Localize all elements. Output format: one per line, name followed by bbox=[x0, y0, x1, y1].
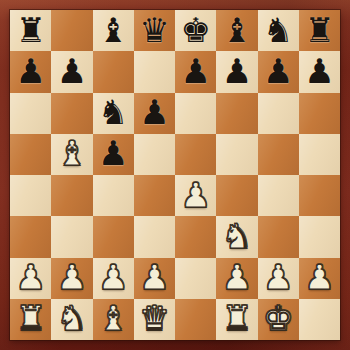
black-pawn: ♟ bbox=[304, 54, 334, 88]
square-h6[interactable] bbox=[299, 93, 340, 134]
white-queen: ♛ bbox=[139, 301, 169, 335]
square-e5[interactable] bbox=[175, 134, 216, 175]
square-g2[interactable]: ♟ bbox=[258, 258, 299, 299]
white-pawn: ♟ bbox=[304, 260, 334, 294]
black-pawn: ♟ bbox=[139, 95, 169, 129]
white-pawn: ♟ bbox=[180, 178, 210, 212]
square-b3[interactable] bbox=[51, 216, 92, 257]
square-a5[interactable] bbox=[10, 134, 51, 175]
square-f4[interactable] bbox=[216, 175, 257, 216]
square-e6[interactable] bbox=[175, 93, 216, 134]
square-e4[interactable]: ♟ bbox=[175, 175, 216, 216]
square-b6[interactable] bbox=[51, 93, 92, 134]
white-pawn: ♟ bbox=[15, 260, 45, 294]
black-pawn: ♟ bbox=[222, 54, 252, 88]
white-king: ♚ bbox=[263, 301, 293, 335]
black-king: ♚ bbox=[180, 13, 210, 47]
black-pawn: ♟ bbox=[180, 54, 210, 88]
square-g3[interactable] bbox=[258, 216, 299, 257]
white-knight: ♞ bbox=[57, 301, 87, 335]
square-h5[interactable] bbox=[299, 134, 340, 175]
square-a4[interactable] bbox=[10, 175, 51, 216]
black-knight: ♞ bbox=[98, 95, 128, 129]
square-a1[interactable]: ♜ bbox=[10, 299, 51, 340]
chess-board: ♜♝♛♚♝♞♜♟♟♟♟♟♟♞♟♝♟♟♞♟♟♟♟♟♟♟♜♞♝♛♜♚ bbox=[10, 10, 340, 340]
white-pawn: ♟ bbox=[139, 260, 169, 294]
black-pawn: ♟ bbox=[98, 136, 128, 170]
square-a6[interactable] bbox=[10, 93, 51, 134]
white-rook: ♜ bbox=[222, 301, 252, 335]
black-pawn: ♟ bbox=[15, 54, 45, 88]
white-pawn: ♟ bbox=[98, 260, 128, 294]
square-c7[interactable] bbox=[93, 51, 134, 92]
square-c3[interactable] bbox=[93, 216, 134, 257]
white-rook: ♜ bbox=[15, 301, 45, 335]
square-d2[interactable]: ♟ bbox=[134, 258, 175, 299]
square-d1[interactable]: ♛ bbox=[134, 299, 175, 340]
square-d7[interactable] bbox=[134, 51, 175, 92]
square-e8[interactable]: ♚ bbox=[175, 10, 216, 51]
square-h7[interactable]: ♟ bbox=[299, 51, 340, 92]
black-bishop: ♝ bbox=[222, 13, 252, 47]
square-h2[interactable]: ♟ bbox=[299, 258, 340, 299]
square-c1[interactable]: ♝ bbox=[93, 299, 134, 340]
square-c5[interactable]: ♟ bbox=[93, 134, 134, 175]
square-h4[interactable] bbox=[299, 175, 340, 216]
black-queen: ♛ bbox=[139, 13, 169, 47]
white-knight: ♞ bbox=[222, 219, 252, 253]
square-f8[interactable]: ♝ bbox=[216, 10, 257, 51]
square-h1[interactable] bbox=[299, 299, 340, 340]
square-d3[interactable] bbox=[134, 216, 175, 257]
square-e7[interactable]: ♟ bbox=[175, 51, 216, 92]
square-f2[interactable]: ♟ bbox=[216, 258, 257, 299]
square-e2[interactable] bbox=[175, 258, 216, 299]
square-a2[interactable]: ♟ bbox=[10, 258, 51, 299]
black-rook: ♜ bbox=[15, 13, 45, 47]
black-knight: ♞ bbox=[263, 13, 293, 47]
black-rook: ♜ bbox=[304, 13, 334, 47]
black-pawn: ♟ bbox=[263, 54, 293, 88]
black-pawn: ♟ bbox=[57, 54, 87, 88]
white-bishop: ♝ bbox=[98, 301, 128, 335]
square-b8[interactable] bbox=[51, 10, 92, 51]
square-h3[interactable] bbox=[299, 216, 340, 257]
square-g8[interactable]: ♞ bbox=[258, 10, 299, 51]
square-g4[interactable] bbox=[258, 175, 299, 216]
square-b2[interactable]: ♟ bbox=[51, 258, 92, 299]
square-a7[interactable]: ♟ bbox=[10, 51, 51, 92]
square-b4[interactable] bbox=[51, 175, 92, 216]
white-pawn: ♟ bbox=[222, 260, 252, 294]
square-a8[interactable]: ♜ bbox=[10, 10, 51, 51]
white-pawn: ♟ bbox=[263, 260, 293, 294]
square-d4[interactable] bbox=[134, 175, 175, 216]
square-g6[interactable] bbox=[258, 93, 299, 134]
square-f7[interactable]: ♟ bbox=[216, 51, 257, 92]
square-e1[interactable] bbox=[175, 299, 216, 340]
square-b5[interactable]: ♝ bbox=[51, 134, 92, 175]
square-g7[interactable]: ♟ bbox=[258, 51, 299, 92]
white-pawn: ♟ bbox=[57, 260, 87, 294]
square-c8[interactable]: ♝ bbox=[93, 10, 134, 51]
board-frame: ♜♝♛♚♝♞♜♟♟♟♟♟♟♞♟♝♟♟♞♟♟♟♟♟♟♟♜♞♝♛♜♚ bbox=[0, 0, 350, 350]
square-f5[interactable] bbox=[216, 134, 257, 175]
square-c4[interactable] bbox=[93, 175, 134, 216]
square-a3[interactable] bbox=[10, 216, 51, 257]
square-h8[interactable]: ♜ bbox=[299, 10, 340, 51]
square-g1[interactable]: ♚ bbox=[258, 299, 299, 340]
square-c2[interactable]: ♟ bbox=[93, 258, 134, 299]
square-c6[interactable]: ♞ bbox=[93, 93, 134, 134]
square-e3[interactable] bbox=[175, 216, 216, 257]
square-d6[interactable]: ♟ bbox=[134, 93, 175, 134]
white-bishop: ♝ bbox=[57, 136, 87, 170]
square-f1[interactable]: ♜ bbox=[216, 299, 257, 340]
square-f6[interactable] bbox=[216, 93, 257, 134]
square-d5[interactable] bbox=[134, 134, 175, 175]
square-d8[interactable]: ♛ bbox=[134, 10, 175, 51]
square-g5[interactable] bbox=[258, 134, 299, 175]
square-f3[interactable]: ♞ bbox=[216, 216, 257, 257]
square-b1[interactable]: ♞ bbox=[51, 299, 92, 340]
square-b7[interactable]: ♟ bbox=[51, 51, 92, 92]
black-bishop: ♝ bbox=[98, 13, 128, 47]
